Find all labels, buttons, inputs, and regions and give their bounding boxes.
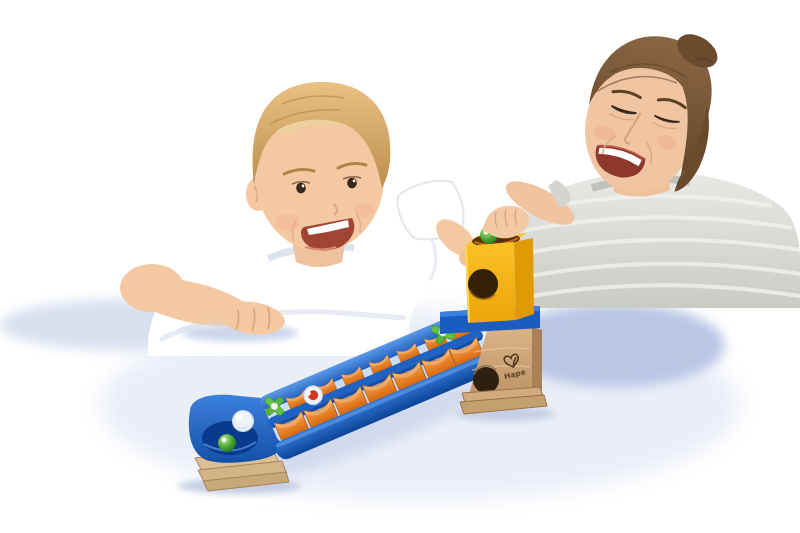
- marble-green-in-basin-glint: [222, 438, 227, 443]
- yellow-cube: [465, 232, 534, 323]
- cube-side-face: [514, 238, 534, 320]
- boy-cheek-right: [354, 203, 374, 217]
- photo-stage: Hape: [0, 0, 800, 533]
- marble-green-in-basin: [218, 434, 236, 452]
- wood-block-side: [532, 327, 542, 395]
- marble-clear-at-rim: [233, 411, 254, 432]
- scene-illustration: Hape: [0, 0, 800, 533]
- boy-cheek-left: [276, 214, 300, 230]
